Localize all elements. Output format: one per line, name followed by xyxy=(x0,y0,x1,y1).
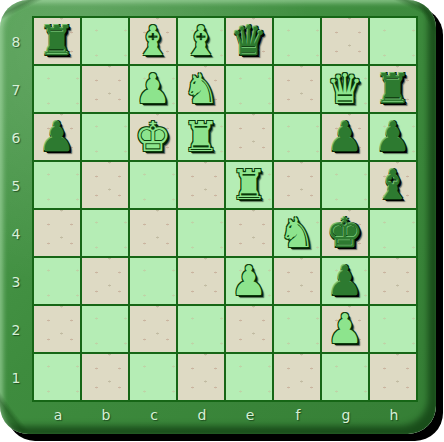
rank-label-7: 7 xyxy=(0,66,32,114)
square-a4[interactable] xyxy=(34,210,80,256)
file-label-d: d xyxy=(178,402,226,428)
square-h1[interactable] xyxy=(370,354,416,400)
square-d8[interactable]: ♝ xyxy=(178,18,224,64)
square-c1[interactable] xyxy=(130,354,176,400)
rank-label-6: 6 xyxy=(0,114,32,162)
board-frame: 87654321 ♜♝♝♛♟♞♛♜♟♚♜♟♟♜♝♞♚♟♟♟ abcdefgh xyxy=(0,0,436,434)
piece-white-pawn[interactable]: ♟ xyxy=(327,306,364,352)
square-g5[interactable] xyxy=(322,162,368,208)
square-f8[interactable] xyxy=(274,18,320,64)
square-b5[interactable] xyxy=(82,162,128,208)
square-c3[interactable] xyxy=(130,258,176,304)
square-g1[interactable] xyxy=(322,354,368,400)
square-e4[interactable] xyxy=(226,210,272,256)
square-f6[interactable] xyxy=(274,114,320,160)
square-e6[interactable] xyxy=(226,114,272,160)
square-d2[interactable] xyxy=(178,306,224,352)
rank-label-4: 4 xyxy=(0,210,32,258)
square-e5[interactable]: ♜ xyxy=(226,162,272,208)
square-a2[interactable] xyxy=(34,306,80,352)
square-f3[interactable] xyxy=(274,258,320,304)
square-b1[interactable] xyxy=(82,354,128,400)
rank-label-8: 8 xyxy=(0,18,32,66)
square-b8[interactable] xyxy=(82,18,128,64)
piece-black-king[interactable]: ♚ xyxy=(327,210,364,256)
rank-label-3: 3 xyxy=(0,258,32,306)
piece-white-knight[interactable]: ♞ xyxy=(183,66,220,112)
square-a6[interactable]: ♟ xyxy=(34,114,80,160)
square-d7[interactable]: ♞ xyxy=(178,66,224,112)
rank-label-1: 1 xyxy=(0,354,32,402)
square-h3[interactable] xyxy=(370,258,416,304)
square-d1[interactable] xyxy=(178,354,224,400)
square-g7[interactable]: ♛ xyxy=(322,66,368,112)
file-label-h: h xyxy=(370,402,418,428)
piece-black-pawn[interactable]: ♟ xyxy=(375,114,412,160)
square-h5[interactable]: ♝ xyxy=(370,162,416,208)
piece-white-bishop[interactable]: ♝ xyxy=(183,18,220,64)
square-b7[interactable] xyxy=(82,66,128,112)
rank-label-5: 5 xyxy=(0,162,32,210)
square-f5[interactable] xyxy=(274,162,320,208)
square-c4[interactable] xyxy=(130,210,176,256)
file-labels: abcdefgh xyxy=(34,402,418,428)
square-e3[interactable]: ♟ xyxy=(226,258,272,304)
piece-black-pawn[interactable]: ♟ xyxy=(39,114,76,160)
rank-label-2: 2 xyxy=(0,306,32,354)
file-label-c: c xyxy=(130,402,178,428)
piece-black-queen[interactable]: ♛ xyxy=(231,18,268,64)
piece-white-rook[interactable]: ♜ xyxy=(231,162,268,208)
square-a3[interactable] xyxy=(34,258,80,304)
square-d4[interactable] xyxy=(178,210,224,256)
square-f2[interactable] xyxy=(274,306,320,352)
piece-white-pawn[interactable]: ♟ xyxy=(135,66,172,112)
square-a7[interactable] xyxy=(34,66,80,112)
square-c7[interactable]: ♟ xyxy=(130,66,176,112)
square-d6[interactable]: ♜ xyxy=(178,114,224,160)
piece-white-bishop[interactable]: ♝ xyxy=(135,18,172,64)
square-b3[interactable] xyxy=(82,258,128,304)
piece-black-rook[interactable]: ♜ xyxy=(39,18,76,64)
square-b2[interactable] xyxy=(82,306,128,352)
square-e8[interactable]: ♛ xyxy=(226,18,272,64)
piece-white-pawn[interactable]: ♟ xyxy=(231,258,268,304)
piece-white-queen[interactable]: ♛ xyxy=(327,66,364,112)
piece-black-pawn[interactable]: ♟ xyxy=(327,258,364,304)
square-f1[interactable] xyxy=(274,354,320,400)
square-a8[interactable]: ♜ xyxy=(34,18,80,64)
square-g6[interactable]: ♟ xyxy=(322,114,368,160)
piece-black-bishop[interactable]: ♝ xyxy=(375,162,412,208)
square-h6[interactable]: ♟ xyxy=(370,114,416,160)
piece-black-pawn[interactable]: ♟ xyxy=(327,114,364,160)
square-a1[interactable] xyxy=(34,354,80,400)
square-f4[interactable]: ♞ xyxy=(274,210,320,256)
piece-white-rook[interactable]: ♜ xyxy=(183,114,220,160)
square-c6[interactable]: ♚ xyxy=(130,114,176,160)
square-h7[interactable]: ♜ xyxy=(370,66,416,112)
square-h2[interactable] xyxy=(370,306,416,352)
piece-white-knight[interactable]: ♞ xyxy=(279,210,316,256)
square-e2[interactable] xyxy=(226,306,272,352)
square-h8[interactable] xyxy=(370,18,416,64)
square-g2[interactable]: ♟ xyxy=(322,306,368,352)
square-e7[interactable] xyxy=(226,66,272,112)
square-f7[interactable] xyxy=(274,66,320,112)
square-c5[interactable] xyxy=(130,162,176,208)
square-g4[interactable]: ♚ xyxy=(322,210,368,256)
square-c8[interactable]: ♝ xyxy=(130,18,176,64)
file-label-e: e xyxy=(226,402,274,428)
file-label-a: a xyxy=(34,402,82,428)
square-b4[interactable] xyxy=(82,210,128,256)
file-label-b: b xyxy=(82,402,130,428)
square-h4[interactable] xyxy=(370,210,416,256)
piece-white-king[interactable]: ♚ xyxy=(135,114,172,160)
file-label-f: f xyxy=(274,402,322,428)
square-e1[interactable] xyxy=(226,354,272,400)
file-label-g: g xyxy=(322,402,370,428)
square-g8[interactable] xyxy=(322,18,368,64)
rank-labels: 87654321 xyxy=(0,18,32,402)
square-b6[interactable] xyxy=(82,114,128,160)
chess-board: ♜♝♝♛♟♞♛♜♟♚♜♟♟♜♝♞♚♟♟♟ xyxy=(32,16,418,402)
square-g3[interactable]: ♟ xyxy=(322,258,368,304)
square-c2[interactable] xyxy=(130,306,176,352)
piece-black-rook[interactable]: ♜ xyxy=(375,66,412,112)
square-d3[interactable] xyxy=(178,258,224,304)
square-d5[interactable] xyxy=(178,162,224,208)
square-a5[interactable] xyxy=(34,162,80,208)
